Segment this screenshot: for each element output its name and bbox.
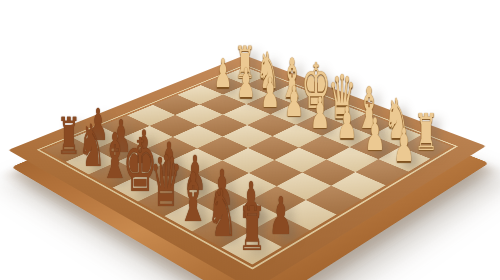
piece-white-pawn-e2[interactable]: ♟ bbox=[282, 96, 307, 124]
piece-white-pawn-a2[interactable]: ♟ bbox=[391, 139, 418, 170]
piece-white-pawn-b2[interactable]: ♟ bbox=[362, 127, 389, 157]
piece-white-pawn-c2[interactable]: ♟ bbox=[334, 116, 360, 145]
chess-set-photo: ♜♞♝♛♚♝♞♜♟♟♟♟♟♟♟♟♟♟♟♟♟♟♟♟♜♞♝♛♚♝♞♜ bbox=[0, 0, 500, 280]
piece-white-pawn-g2[interactable]: ♟ bbox=[234, 76, 258, 103]
piece-white-pawn-f2[interactable]: ♟ bbox=[257, 86, 282, 114]
pieces-layer: ♜♞♝♛♚♝♞♜♟♟♟♟♟♟♟♟♟♟♟♟♟♟♟♟♜♞♝♛♚♝♞♜ bbox=[0, 0, 500, 280]
piece-black-rook-a8[interactable]: ♜ bbox=[234, 221, 270, 261]
piece-white-pawn-h2[interactable]: ♟ bbox=[211, 68, 235, 94]
piece-white-pawn-d2[interactable]: ♟ bbox=[307, 106, 333, 135]
